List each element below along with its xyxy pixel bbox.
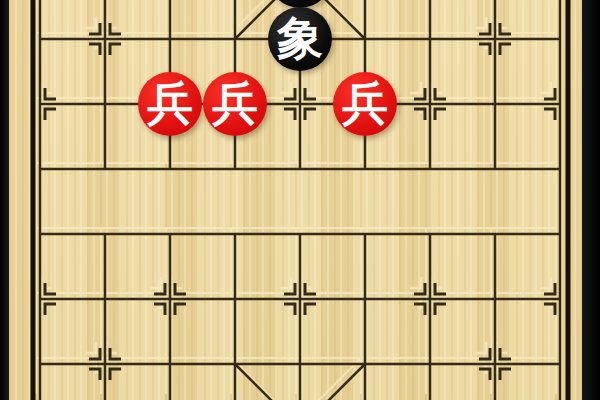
piece-glyph: 兵 bbox=[212, 80, 258, 126]
piece-black-elephant-e2[interactable]: 象 bbox=[268, 7, 332, 71]
piece-red-soldier-d3[interactable]: 兵 bbox=[203, 72, 267, 136]
piece-red-soldier-c3[interactable]: 兵 bbox=[138, 72, 202, 136]
piece-glyph: 象 bbox=[277, 15, 323, 61]
piece-glyph: 兵 bbox=[342, 80, 388, 126]
piece-red-soldier-f3[interactable]: 兵 bbox=[333, 72, 397, 136]
screenshot-root: 象 兵 兵 兵 bbox=[0, 0, 600, 400]
piece-glyph: 兵 bbox=[147, 80, 193, 126]
